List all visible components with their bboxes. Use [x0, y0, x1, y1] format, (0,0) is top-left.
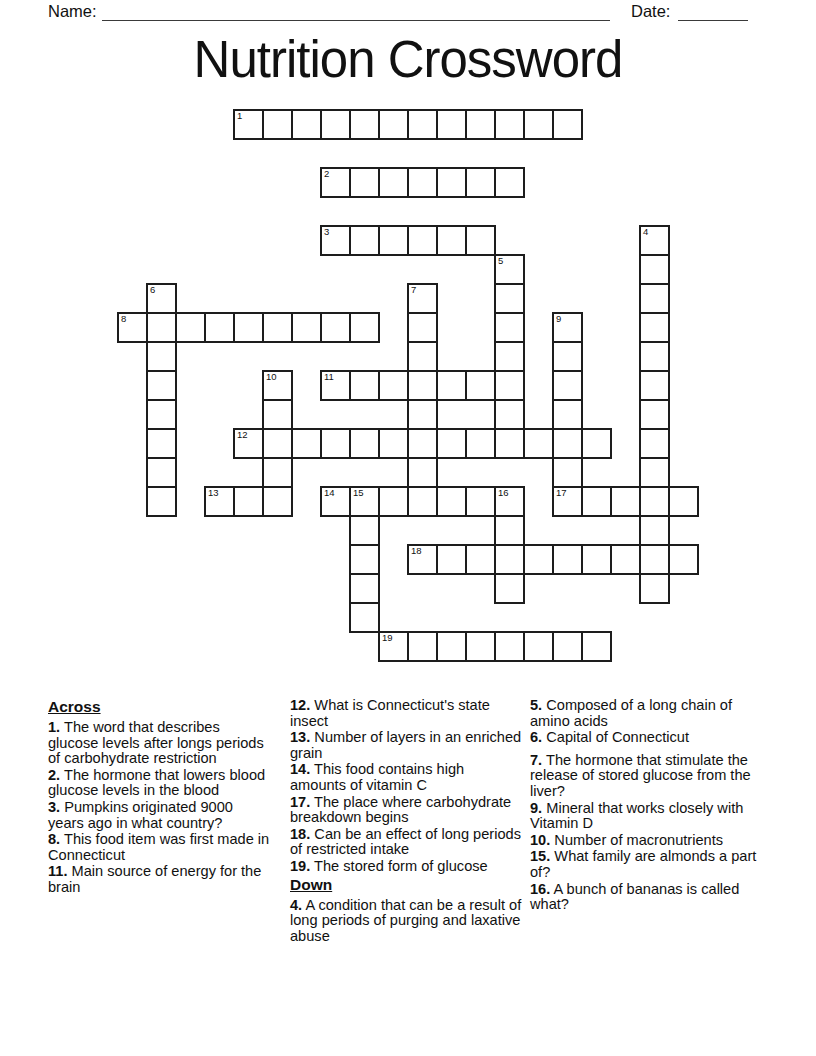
grid-cell[interactable]	[639, 428, 670, 459]
clue: 8. This food item was first made in Conn…	[48, 832, 272, 863]
clue-text: The place where carbohydrate breakdown b…	[290, 794, 511, 826]
cell-number: 19	[382, 633, 393, 643]
clues-column: 5. Composed of a long chain of amino aci…	[530, 698, 768, 914]
clue-text: The hormone that lowers blood glucose le…	[48, 767, 265, 799]
grid-cell[interactable]	[465, 486, 496, 517]
grid-cell[interactable]	[494, 399, 525, 430]
grid-cell[interactable]	[581, 428, 612, 459]
clue-number: 7.	[530, 752, 542, 768]
clue: 3. Pumpkins originated 9000 years ago in…	[48, 800, 272, 831]
grid-cell[interactable]	[465, 109, 496, 140]
clue: 7. The hormone that stimulate the releas…	[530, 753, 758, 800]
grid-cell[interactable]	[581, 544, 612, 575]
page-title: Nutrition Crossword	[0, 30, 816, 89]
grid-cell[interactable]: 16	[494, 486, 525, 517]
grid-cell[interactable]: 1	[233, 109, 264, 140]
grid-cell[interactable]	[436, 631, 467, 662]
grid-cell[interactable]	[552, 457, 583, 488]
grid-cell[interactable]	[552, 544, 583, 575]
clue-text: A bunch of bananas is called what?	[530, 881, 739, 913]
grid-cell[interactable]	[349, 225, 380, 256]
cell-number: 3	[324, 227, 329, 237]
grid-cell[interactable]	[378, 167, 409, 198]
clue-number: 18.	[290, 826, 310, 842]
grid-cell[interactable]	[349, 515, 380, 546]
grid-cell[interactable]	[407, 399, 438, 430]
clue-text: Pumpkins originated 9000 years ago in wh…	[48, 799, 233, 831]
grid-cell[interactable]: 14	[320, 486, 351, 517]
clue: 12. What is Connecticut's state insect	[290, 698, 524, 729]
grid-cell[interactable]	[407, 486, 438, 517]
grid-cell[interactable]	[436, 109, 467, 140]
grid-cell[interactable]	[552, 370, 583, 401]
cell-number: 2	[324, 169, 329, 179]
grid-cell[interactable]	[552, 631, 583, 662]
grid-cell[interactable]	[146, 428, 177, 459]
clue-text: This food contains high amounts of vitam…	[290, 761, 464, 793]
grid-cell[interactable]	[378, 225, 409, 256]
cell-number: 6	[150, 285, 155, 295]
grid-cell[interactable]	[581, 486, 612, 517]
clue-text: The stored form of glucose	[310, 858, 487, 874]
grid-cell[interactable]	[378, 428, 409, 459]
grid-cell[interactable]: 19	[378, 631, 409, 662]
clue-text: Number of macronutrients	[550, 832, 723, 848]
grid-cell[interactable]	[291, 109, 322, 140]
grid-cell[interactable]	[552, 399, 583, 430]
date-input-line[interactable]	[678, 3, 748, 21]
grid-cell[interactable]	[349, 544, 380, 575]
clue: 13. Number of layers in an enriched grai…	[290, 730, 524, 761]
clue-number: 12.	[290, 697, 310, 713]
clue: 15. What family are almonds a part of?	[530, 849, 758, 880]
grid-cell[interactable]: 6	[146, 283, 177, 314]
clue: 4. A condition that can be a result of l…	[290, 898, 524, 945]
grid-cell[interactable]	[523, 631, 554, 662]
clue-number: 3.	[48, 799, 60, 815]
cell-number: 12	[237, 430, 248, 440]
grid-cell[interactable]	[639, 486, 670, 517]
grid-cell[interactable]	[320, 428, 351, 459]
grid-cell[interactable]: 11	[320, 370, 351, 401]
grid-cell[interactable]	[465, 225, 496, 256]
clues-section: Across1. The word that describes glucose…	[48, 698, 768, 945]
grid-cell[interactable]	[494, 544, 525, 575]
grid-cell[interactable]	[407, 457, 438, 488]
grid-cell[interactable]	[407, 370, 438, 401]
grid-cell[interactable]	[465, 370, 496, 401]
clue-number: 14.	[290, 761, 310, 777]
grid-cell[interactable]	[407, 428, 438, 459]
down-heading: Down	[290, 876, 524, 894]
grid-cell[interactable]	[407, 631, 438, 662]
cell-number: 18	[411, 546, 422, 556]
grid-cell[interactable]	[436, 225, 467, 256]
grid-cell[interactable]	[146, 370, 177, 401]
grid-cell[interactable]	[262, 486, 293, 517]
grid-cell[interactable]	[262, 109, 293, 140]
grid-cell[interactable]	[146, 486, 177, 517]
clue-text: What family are almonds a part of?	[530, 848, 756, 880]
grid-cell[interactable]: 5	[494, 254, 525, 285]
clues-column: 12. What is Connecticut's state insect13…	[290, 698, 530, 945]
grid-cell[interactable]	[610, 486, 641, 517]
clue: 18. Can be an effect of long periods of …	[290, 827, 524, 858]
grid-cell[interactable]	[668, 544, 699, 575]
grid-cell[interactable]	[494, 312, 525, 343]
name-label: Name:	[48, 2, 97, 20]
clue-number: 17.	[290, 794, 310, 810]
cell-number: 14	[324, 488, 335, 498]
grid-cell[interactable]	[349, 167, 380, 198]
grid-cell[interactable]	[639, 515, 670, 546]
grid-cell[interactable]	[465, 428, 496, 459]
clue: 5. Composed of a long chain of amino aci…	[530, 698, 758, 729]
clue: 10. Number of macronutrients	[530, 833, 758, 849]
clues-column: Across1. The word that describes glucose…	[48, 698, 290, 897]
grid-cell[interactable]	[349, 312, 380, 343]
grid-cell[interactable]	[146, 457, 177, 488]
grid-cell[interactable]	[494, 428, 525, 459]
grid-cell[interactable]	[407, 341, 438, 372]
grid-cell[interactable]	[146, 312, 177, 343]
grid-cell[interactable]	[523, 544, 554, 575]
grid-cell[interactable]	[204, 312, 235, 343]
grid-cell[interactable]	[262, 399, 293, 430]
clue-text: The word that describes glucose levels a…	[48, 719, 264, 766]
name-input-line[interactable]	[102, 3, 610, 21]
grid-cell[interactable]	[639, 341, 670, 372]
clue-text: Composed of a long chain of amino acids	[530, 697, 732, 729]
crossword-grid: 12345678910111213141516171819	[117, 109, 699, 662]
grid-cell[interactable]: 8	[117, 312, 148, 343]
clue-number: 8.	[48, 831, 60, 847]
clue: 9. Mineral that works closely with Vitam…	[530, 801, 758, 832]
grid-cell[interactable]	[407, 312, 438, 343]
cell-number: 17	[556, 488, 567, 498]
clue-text: Number of layers in an enriched grain	[290, 729, 521, 761]
cell-number: 10	[266, 372, 277, 382]
grid-cell[interactable]	[610, 544, 641, 575]
cell-number: 13	[208, 488, 219, 498]
clue-text: What is Connecticut's state insect	[290, 697, 490, 729]
grid-cell[interactable]	[494, 109, 525, 140]
grid-cell[interactable]: 7	[407, 283, 438, 314]
grid-cell[interactable]	[233, 486, 264, 517]
date-label: Date:	[631, 2, 670, 20]
clue-number: 5.	[530, 697, 542, 713]
grid-cell[interactable]	[552, 428, 583, 459]
grid-cell[interactable]	[407, 225, 438, 256]
cell-number: 15	[353, 488, 364, 498]
grid-cell[interactable]	[494, 573, 525, 604]
grid-cell[interactable]: 18	[407, 544, 438, 575]
grid-cell[interactable]	[175, 312, 206, 343]
grid-cell[interactable]	[320, 312, 351, 343]
grid-cell[interactable]	[436, 167, 467, 198]
grid-cell[interactable]	[378, 486, 409, 517]
clue-number: 4.	[290, 897, 302, 913]
grid-cell[interactable]	[291, 312, 322, 343]
grid-cell[interactable]	[349, 573, 380, 604]
grid-cell[interactable]: 12	[233, 428, 264, 459]
grid-cell[interactable]: 15	[349, 486, 380, 517]
cell-number: 4	[643, 227, 648, 237]
grid-cell[interactable]	[378, 109, 409, 140]
grid-cell[interactable]	[639, 457, 670, 488]
grid-cell[interactable]: 2	[320, 167, 351, 198]
grid-cell[interactable]	[639, 399, 670, 430]
grid-cell[interactable]	[349, 602, 380, 633]
grid-cell[interactable]	[407, 109, 438, 140]
clue-number: 2.	[48, 767, 60, 783]
grid-cell[interactable]	[523, 109, 554, 140]
grid-cell[interactable]	[465, 167, 496, 198]
clue: 11. Main source of energy for the brain	[48, 864, 272, 895]
grid-cell[interactable]	[349, 109, 380, 140]
grid-cell[interactable]	[639, 283, 670, 314]
grid-cell[interactable]	[494, 167, 525, 198]
grid-cell[interactable]: 17	[552, 486, 583, 517]
clue: 2. The hormone that lowers blood glucose…	[48, 768, 272, 799]
grid-cell[interactable]: 4	[639, 225, 670, 256]
cell-number: 8	[121, 314, 126, 324]
grid-cell[interactable]	[494, 341, 525, 372]
clue-number: 9.	[530, 800, 542, 816]
grid-cell[interactable]	[436, 486, 467, 517]
grid-cell[interactable]	[146, 399, 177, 430]
clue-text: Can be an effect of long periods of rest…	[290, 826, 521, 858]
cell-number: 16	[498, 488, 509, 498]
grid-cell[interactable]	[465, 544, 496, 575]
grid-cell[interactable]	[262, 457, 293, 488]
cell-number: 11	[324, 372, 334, 382]
cell-number: 7	[411, 285, 416, 295]
grid-cell[interactable]	[349, 428, 380, 459]
clue-text: Capital of Connecticut	[542, 729, 689, 745]
grid-cell[interactable]	[639, 544, 670, 575]
grid-cell[interactable]	[639, 573, 670, 604]
grid-cell[interactable]	[668, 486, 699, 517]
grid-cell[interactable]	[494, 515, 525, 546]
clue-text: The hormone that stimulate the release o…	[530, 752, 751, 799]
grid-cell[interactable]	[146, 341, 177, 372]
clue-text: Mineral that works closely with Vitamin …	[530, 800, 743, 832]
grid-cell[interactable]	[494, 283, 525, 314]
grid-cell[interactable]	[494, 631, 525, 662]
grid-cell[interactable]	[349, 370, 380, 401]
grid-cell[interactable]: 9	[552, 312, 583, 343]
grid-cell[interactable]	[407, 167, 438, 198]
clue-number: 19.	[290, 858, 310, 874]
grid-cell[interactable]	[465, 631, 496, 662]
grid-cell[interactable]: 10	[262, 370, 293, 401]
grid-cell[interactable]	[233, 312, 264, 343]
clue-number: 1.	[48, 719, 60, 735]
across-heading: Across	[48, 698, 272, 716]
grid-cell[interactable]	[262, 312, 293, 343]
clue-number: 11.	[48, 863, 67, 879]
grid-cell[interactable]	[262, 428, 293, 459]
cell-number: 5	[498, 256, 503, 266]
clue-text: A condition that can be a result of long…	[290, 897, 521, 944]
clue-number: 13.	[290, 729, 310, 745]
clue: 14. This food contains high amounts of v…	[290, 762, 524, 793]
grid-cell[interactable]	[378, 370, 409, 401]
clue: 17. The place where carbohydrate breakdo…	[290, 795, 524, 826]
grid-cell[interactable]	[639, 370, 670, 401]
worksheet-page: Name: Date: Nutrition Crossword 12345678…	[0, 0, 816, 1056]
grid-cell[interactable]	[552, 341, 583, 372]
cell-number: 9	[556, 314, 561, 324]
grid-cell[interactable]	[552, 109, 583, 140]
grid-cell[interactable]	[494, 370, 525, 401]
grid-cell[interactable]: 3	[320, 225, 351, 256]
clue-text: This food item was first made in Connect…	[48, 831, 269, 863]
grid-cell[interactable]	[639, 312, 670, 343]
grid-cell[interactable]	[291, 428, 322, 459]
clue-number: 10.	[530, 832, 550, 848]
cell-number: 1	[237, 111, 242, 121]
grid-cell[interactable]: 13	[204, 486, 235, 517]
clue-number: 15.	[530, 848, 550, 864]
grid-cell[interactable]	[639, 254, 670, 285]
clue: 19. The stored form of glucose	[290, 859, 524, 875]
grid-cell[interactable]	[581, 631, 612, 662]
clue-number: 6.	[530, 729, 542, 745]
grid-cell[interactable]	[436, 428, 467, 459]
grid-cell[interactable]	[320, 109, 351, 140]
clue: 6. Capital of Connecticut	[530, 730, 758, 746]
clue-text: Main source of energy for the brain	[48, 863, 261, 895]
clue: 1. The word that describes glucose level…	[48, 720, 272, 767]
grid-cell[interactable]	[436, 370, 467, 401]
grid-cell[interactable]	[523, 428, 554, 459]
clue: 16. A bunch of bananas is called what?	[530, 882, 758, 913]
grid-cell[interactable]	[436, 544, 467, 575]
clue-number: 16.	[530, 881, 550, 897]
